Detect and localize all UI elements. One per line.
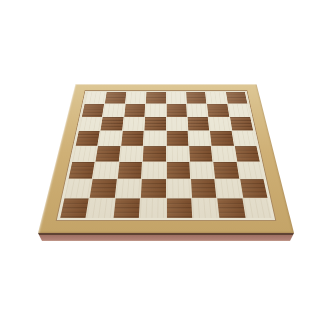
square-g6 — [209, 117, 232, 130]
square-a1 — [60, 198, 89, 218]
square-e2 — [166, 179, 191, 197]
square-d8 — [146, 92, 166, 104]
square-b1 — [87, 198, 115, 218]
square-h7 — [228, 104, 250, 117]
product-photo — [0, 0, 335, 335]
square-c5 — [121, 131, 144, 145]
square-g3 — [214, 162, 239, 179]
square-f5 — [188, 131, 211, 145]
square-b3 — [93, 162, 118, 179]
square-a2 — [65, 179, 92, 197]
square-d7 — [145, 104, 165, 117]
square-e1 — [166, 198, 192, 218]
square-g4 — [212, 146, 236, 161]
square-a8 — [85, 92, 107, 104]
chess-board — [38, 84, 294, 233]
square-h8 — [226, 92, 248, 104]
square-a4 — [72, 146, 97, 161]
square-c4 — [119, 146, 143, 161]
square-c1 — [113, 198, 140, 218]
board-grid — [60, 92, 271, 218]
square-c3 — [118, 162, 142, 179]
square-c6 — [123, 117, 145, 130]
square-f2 — [191, 179, 217, 197]
square-e8 — [166, 92, 186, 104]
square-c7 — [124, 104, 145, 117]
square-a7 — [82, 104, 104, 117]
square-e3 — [166, 162, 190, 179]
square-g5 — [210, 131, 233, 145]
square-h2 — [240, 179, 267, 197]
square-d3 — [142, 162, 166, 179]
square-h5 — [232, 131, 256, 145]
square-g8 — [206, 92, 227, 104]
square-a6 — [79, 117, 102, 130]
square-e6 — [166, 117, 187, 130]
square-c8 — [126, 92, 146, 104]
square-g7 — [207, 104, 229, 117]
square-b5 — [98, 131, 121, 145]
square-f1 — [192, 198, 219, 218]
square-b6 — [101, 117, 124, 130]
square-b2 — [90, 179, 116, 197]
square-d2 — [141, 179, 166, 197]
square-g2 — [215, 179, 241, 197]
square-d4 — [143, 146, 166, 161]
square-c2 — [116, 179, 142, 197]
square-f7 — [187, 104, 208, 117]
square-h4 — [234, 146, 259, 161]
square-f8 — [186, 92, 206, 104]
square-b7 — [103, 104, 125, 117]
square-g1 — [217, 198, 245, 218]
square-d1 — [140, 198, 166, 218]
square-b4 — [96, 146, 120, 161]
square-h3 — [237, 162, 263, 179]
square-d5 — [144, 131, 166, 145]
square-a5 — [76, 131, 100, 145]
square-h1 — [243, 198, 272, 218]
square-f3 — [190, 162, 214, 179]
board-side-edge — [38, 233, 294, 241]
square-h6 — [230, 117, 253, 130]
square-f6 — [188, 117, 210, 130]
square-a3 — [69, 162, 95, 179]
square-e7 — [166, 104, 186, 117]
square-f4 — [189, 146, 213, 161]
square-d6 — [145, 117, 166, 130]
square-e5 — [166, 131, 188, 145]
square-e4 — [166, 146, 189, 161]
board-inner-border — [56, 90, 277, 221]
square-b8 — [105, 92, 126, 104]
